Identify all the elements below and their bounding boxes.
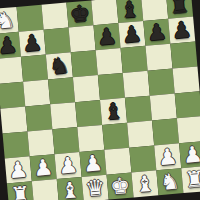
square-c4[interactable] xyxy=(50,102,77,129)
square-f1[interactable]: ♝ xyxy=(131,170,158,197)
square-h5[interactable] xyxy=(173,66,200,93)
black-pawn-piece[interactable]: ♟ xyxy=(121,21,143,48)
square-g6[interactable] xyxy=(145,44,172,71)
square-a4[interactable] xyxy=(0,107,27,134)
square-b4[interactable] xyxy=(25,104,52,131)
square-g2[interactable]: ♟ xyxy=(154,143,181,170)
square-b2[interactable]: ♟ xyxy=(30,154,57,181)
square-d1[interactable]: ♛ xyxy=(82,175,109,200)
black-bishop-piece[interactable]: ♝ xyxy=(119,0,141,23)
square-c7[interactable] xyxy=(44,27,71,54)
black-knight-piece[interactable]: ♞ xyxy=(48,53,70,80)
white-rook-piece[interactable]: ♜ xyxy=(10,181,32,200)
square-c2[interactable]: ♟ xyxy=(55,152,82,179)
white-king-piece[interactable]: ♚ xyxy=(109,173,131,200)
square-a7[interactable]: ♟ xyxy=(0,32,21,59)
square-a8[interactable]: ♞ xyxy=(0,7,19,34)
square-a5[interactable] xyxy=(0,82,25,109)
black-pawn-piece[interactable]: ♟ xyxy=(0,32,18,59)
square-e6[interactable] xyxy=(96,48,123,75)
square-a2[interactable]: ♟ xyxy=(5,156,32,183)
square-h1[interactable]: ♜ xyxy=(181,166,200,193)
square-d8[interactable]: ♚ xyxy=(66,0,93,27)
square-f7[interactable]: ♟ xyxy=(118,21,145,48)
square-d7[interactable] xyxy=(69,25,96,52)
chess-app-background: ♞♚♝♜♟♟♟♟♟♟♞♝♟♟♟♟♟♟♜♝♛♚♝♞♜ xyxy=(0,0,200,200)
black-rook-piece[interactable]: ♜ xyxy=(169,0,191,19)
square-b5[interactable] xyxy=(23,79,50,106)
square-e5[interactable] xyxy=(98,73,125,100)
black-pawn-piece[interactable]: ♟ xyxy=(171,17,193,44)
black-pawn-piece[interactable]: ♟ xyxy=(146,19,168,46)
square-d6[interactable] xyxy=(71,50,98,77)
square-a3[interactable] xyxy=(3,131,30,158)
square-d3[interactable] xyxy=(77,125,104,152)
square-g5[interactable] xyxy=(148,69,175,96)
square-d2[interactable]: ♟ xyxy=(79,150,106,177)
square-f5[interactable] xyxy=(123,71,150,98)
square-h3[interactable] xyxy=(177,116,200,143)
square-f6[interactable] xyxy=(121,46,148,73)
chess-board[interactable]: ♞♚♝♜♟♟♟♟♟♟♞♝♟♟♟♟♟♟♜♝♛♚♝♞♜ xyxy=(0,0,200,200)
square-h7[interactable]: ♟ xyxy=(168,17,195,44)
white-pawn-piece[interactable]: ♟ xyxy=(182,141,200,168)
square-d5[interactable] xyxy=(73,75,100,102)
white-bishop-piece[interactable]: ♝ xyxy=(134,171,156,198)
white-pawn-piece[interactable]: ♟ xyxy=(32,154,54,181)
square-h6[interactable] xyxy=(170,41,197,68)
white-pawn-piece[interactable]: ♟ xyxy=(82,150,104,177)
square-e4[interactable]: ♝ xyxy=(100,98,127,125)
square-e3[interactable] xyxy=(102,123,129,150)
white-knight-piece[interactable]: ♞ xyxy=(159,168,181,195)
square-a1[interactable]: ♜ xyxy=(7,181,34,200)
square-b1[interactable] xyxy=(32,179,59,200)
square-g4[interactable] xyxy=(150,93,177,120)
square-b6[interactable] xyxy=(21,55,48,82)
square-g8[interactable] xyxy=(141,0,168,21)
square-c8[interactable] xyxy=(41,3,68,30)
square-f2[interactable] xyxy=(129,145,156,172)
white-knight-piece[interactable]: ♞ xyxy=(0,7,16,34)
square-a6[interactable] xyxy=(0,57,23,84)
square-f3[interactable] xyxy=(127,121,154,148)
square-e8[interactable] xyxy=(91,0,118,25)
square-g7[interactable]: ♟ xyxy=(143,19,170,46)
square-d4[interactable] xyxy=(75,100,102,127)
square-b8[interactable] xyxy=(17,5,44,32)
square-b7[interactable]: ♟ xyxy=(19,30,46,57)
white-pawn-piece[interactable]: ♟ xyxy=(157,144,179,171)
white-bishop-piece[interactable]: ♝ xyxy=(59,177,81,200)
square-g3[interactable] xyxy=(152,118,179,145)
white-rook-piece[interactable]: ♜ xyxy=(184,166,200,193)
white-queen-piece[interactable]: ♛ xyxy=(84,175,106,200)
square-e2[interactable] xyxy=(104,148,131,175)
square-f4[interactable] xyxy=(125,96,152,123)
square-g1[interactable]: ♞ xyxy=(156,168,183,195)
square-c1[interactable]: ♝ xyxy=(57,177,84,200)
square-e7[interactable]: ♟ xyxy=(93,23,120,50)
square-f8[interactable]: ♝ xyxy=(116,0,143,23)
square-c5[interactable] xyxy=(48,77,75,104)
square-h4[interactable] xyxy=(175,91,200,118)
square-e1[interactable]: ♚ xyxy=(107,173,134,200)
black-king-piece[interactable]: ♚ xyxy=(69,1,91,28)
black-pawn-piece[interactable]: ♟ xyxy=(21,30,43,57)
white-pawn-piece[interactable]: ♟ xyxy=(57,152,79,179)
square-h2[interactable]: ♟ xyxy=(179,141,200,168)
black-bishop-piece[interactable]: ♝ xyxy=(103,98,125,125)
black-pawn-piece[interactable]: ♟ xyxy=(96,23,118,50)
square-c6[interactable]: ♞ xyxy=(46,52,73,79)
square-c3[interactable] xyxy=(52,127,79,154)
white-pawn-piece[interactable]: ♟ xyxy=(7,157,29,184)
square-b3[interactable] xyxy=(27,129,54,156)
